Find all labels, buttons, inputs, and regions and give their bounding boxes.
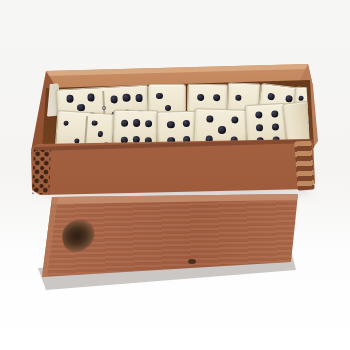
domino-pip bbox=[213, 94, 221, 102]
domino-pip bbox=[235, 95, 241, 101]
domino-pip bbox=[267, 93, 275, 101]
domino-pip bbox=[92, 120, 98, 126]
dominoes-box-scene bbox=[0, 0, 350, 350]
domino-pip bbox=[255, 111, 263, 119]
domino-pip bbox=[110, 95, 118, 103]
domino-pip bbox=[218, 126, 226, 134]
domino-pip bbox=[197, 94, 205, 102]
domino-pip bbox=[74, 138, 80, 144]
domino-pip bbox=[98, 131, 104, 137]
domino-pip bbox=[256, 124, 264, 132]
domino-pip bbox=[133, 119, 141, 127]
domino-pip bbox=[121, 120, 129, 128]
domino-pip bbox=[183, 120, 191, 128]
domino-pip bbox=[156, 93, 163, 100]
lid-speck bbox=[188, 259, 196, 264]
box-joint-pins-left bbox=[32, 150, 51, 195]
domino-pip bbox=[66, 95, 74, 103]
box-finger-joints-right bbox=[294, 140, 314, 190]
domino-pip bbox=[87, 94, 95, 102]
domino-pip bbox=[77, 104, 85, 112]
domino-pip bbox=[63, 120, 69, 126]
domino-pip bbox=[145, 120, 153, 128]
domino-spinner-pin bbox=[102, 106, 107, 111]
domino-pip bbox=[135, 94, 143, 102]
domino-pip bbox=[231, 116, 239, 124]
domino-pip bbox=[167, 121, 175, 129]
domino-pip bbox=[271, 123, 279, 131]
domino-pip bbox=[123, 94, 131, 102]
domino-pip bbox=[206, 115, 214, 123]
domino-pip bbox=[271, 110, 279, 118]
